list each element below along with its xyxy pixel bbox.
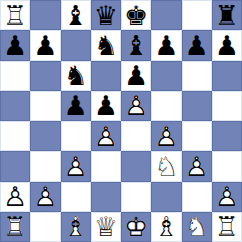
white-knight[interactable]: ♞♘ [151,151,181,181]
square-a3[interactable] [0,151,30,181]
white-rook[interactable]: ♜♖ [212,212,242,242]
square-b5[interactable] [30,91,60,121]
square-f2[interactable] [151,182,181,212]
white-rook[interactable]: ♜♖ [0,212,30,242]
square-a6[interactable] [0,61,30,91]
square-h3[interactable] [212,151,242,181]
square-h8[interactable]: ♜ [212,0,242,30]
square-e5[interactable]: ♟♙ [121,91,151,121]
square-a7[interactable]: ♟ [0,30,30,60]
piece-outline: ♙ [61,151,91,181]
white-knight[interactable]: ♞♘ [182,212,212,242]
square-c1[interactable]: ♝♗ [61,212,91,242]
square-f7[interactable]: ♟ [151,30,181,60]
black-pawn[interactable]: ♟ [121,61,151,91]
square-d3[interactable] [91,151,121,181]
square-a1[interactable]: ♜♖ [0,212,30,242]
square-e4[interactable] [121,121,151,151]
piece-outline: ♖ [0,0,30,30]
piece-outline: ♗ [151,212,181,242]
square-e6[interactable]: ♟ [121,61,151,91]
white-pawn[interactable]: ♟♙ [91,121,121,151]
square-f6[interactable] [151,61,181,91]
square-d1[interactable]: ♛♕ [91,212,121,242]
piece-outline: ♖ [0,212,30,242]
white-pawn[interactable]: ♟♙ [61,151,91,181]
square-c8[interactable]: ♝ [61,0,91,30]
black-pawn[interactable]: ♟ [91,91,121,121]
square-g7[interactable]: ♟ [182,30,212,60]
black-pawn[interactable]: ♟ [212,30,242,60]
square-d2[interactable] [91,182,121,212]
black-queen[interactable]: ♛ [91,0,121,30]
piece-outline: ♔ [121,212,151,242]
square-b2[interactable]: ♟♙ [30,182,60,212]
square-g3[interactable]: ♟♙ [182,151,212,181]
square-g8[interactable] [182,0,212,30]
square-g1[interactable]: ♞♘ [182,212,212,242]
square-c2[interactable] [61,182,91,212]
black-pawn[interactable]: ♟ [151,30,181,60]
square-d4[interactable]: ♟♙ [91,121,121,151]
piece-outline: ♙ [182,151,212,181]
piece-outline: ♙ [151,121,181,151]
piece-outline: ♖ [212,212,242,242]
white-bishop[interactable]: ♝♗ [151,212,181,242]
square-e8[interactable]: ♚ [121,0,151,30]
square-h4[interactable] [212,121,242,151]
black-pawn[interactable]: ♟ [30,30,60,60]
black-pawn[interactable]: ♟ [182,30,212,60]
square-d8[interactable]: ♛ [91,0,121,30]
square-d7[interactable]: ♞ [91,30,121,60]
square-h2[interactable]: ♟♙ [212,182,242,212]
square-a4[interactable] [0,121,30,151]
square-a2[interactable]: ♟♙ [0,182,30,212]
square-h1[interactable]: ♜♖ [212,212,242,242]
black-bishop[interactable]: ♝ [121,30,151,60]
square-e7[interactable]: ♝ [121,30,151,60]
piece-outline: ♘ [182,212,212,242]
square-f3[interactable]: ♞♘ [151,151,181,181]
square-f8[interactable] [151,0,181,30]
white-pawn[interactable]: ♟♙ [182,151,212,181]
piece-outline: ♙ [30,182,60,212]
white-pawn[interactable]: ♟♙ [121,91,151,121]
black-pawn[interactable]: ♟ [0,30,30,60]
chess-board: ♜♖♝♛♚♜♟♟♞♝♟♟♟♞♟♟♟♟♙♟♙♟♙♟♙♞♘♟♙♟♙♟♙♟♙♜♖♝♗♛… [0,0,242,242]
square-b3[interactable] [30,151,60,181]
white-king[interactable]: ♚♔ [121,212,151,242]
piece-outline: ♙ [91,121,121,151]
square-b1[interactable] [30,212,60,242]
black-knight[interactable]: ♞ [91,30,121,60]
piece-outline: ♙ [0,182,30,212]
square-e3[interactable] [121,151,151,181]
white-rook[interactable]: ♜♖ [0,0,30,30]
square-g6[interactable] [182,61,212,91]
square-c6[interactable]: ♞ [61,61,91,91]
black-king[interactable]: ♚ [121,0,151,30]
piece-outline: ♗ [61,212,91,242]
square-f5[interactable] [151,91,181,121]
square-e1[interactable]: ♚♔ [121,212,151,242]
square-b8[interactable] [30,0,60,30]
square-b7[interactable]: ♟ [30,30,60,60]
black-pawn[interactable]: ♟ [61,91,91,121]
black-bishop[interactable]: ♝ [61,0,91,30]
square-h7[interactable]: ♟ [212,30,242,60]
piece-outline: ♙ [121,91,151,121]
square-f4[interactable]: ♟♙ [151,121,181,151]
square-d6[interactable] [91,61,121,91]
piece-outline: ♙ [212,182,242,212]
square-c5[interactable]: ♟ [61,91,91,121]
square-c4[interactable] [61,121,91,151]
square-b6[interactable] [30,61,60,91]
piece-outline: ♘ [151,151,181,181]
square-b4[interactable] [30,121,60,151]
square-g4[interactable] [182,121,212,151]
white-pawn[interactable]: ♟♙ [151,121,181,151]
white-queen[interactable]: ♛♕ [91,212,121,242]
square-c7[interactable] [61,30,91,60]
square-a5[interactable] [0,91,30,121]
white-pawn[interactable]: ♟♙ [212,182,242,212]
piece-outline: ♕ [91,212,121,242]
black-knight[interactable]: ♞ [61,61,91,91]
square-h5[interactable] [212,91,242,121]
black-rook[interactable]: ♜ [212,0,242,30]
square-c3[interactable]: ♟♙ [61,151,91,181]
square-a8[interactable]: ♜♖ [0,0,30,30]
square-g5[interactable] [182,91,212,121]
square-e2[interactable] [121,182,151,212]
square-g2[interactable] [182,182,212,212]
square-h6[interactable] [212,61,242,91]
white-bishop[interactable]: ♝♗ [61,212,91,242]
white-pawn[interactable]: ♟♙ [0,182,30,212]
square-f1[interactable]: ♝♗ [151,212,181,242]
white-pawn[interactable]: ♟♙ [30,182,60,212]
square-d5[interactable]: ♟ [91,91,121,121]
